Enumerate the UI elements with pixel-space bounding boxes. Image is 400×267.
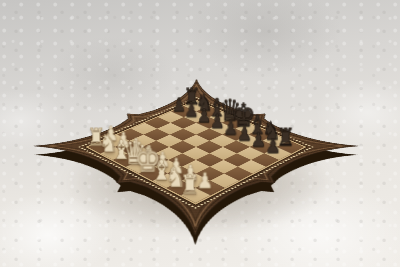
black-pawn: ♟ — [265, 136, 281, 156]
photo-scene: ♜♞♝♛♚♝♞♜♟♟♟♟♟♟♟♟♟♟♟♟♟♟♟♟♜♞♝♛♚♝♞♜ — [0, 0, 400, 267]
black-pawn: ♟ — [223, 117, 238, 137]
black-pawn: ♟ — [251, 129, 266, 149]
white-rook: ♜ — [180, 172, 200, 198]
square-e4 — [182, 147, 209, 160]
black-pawn: ♟ — [237, 123, 252, 143]
square-d4 — [169, 141, 196, 154]
black-pawn: ♟ — [210, 112, 225, 131]
